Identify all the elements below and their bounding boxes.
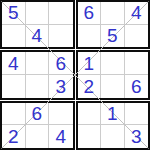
cell-r5c1[interactable] [2, 103, 26, 126]
cell-value: 5 [8, 3, 19, 22]
cell-r3c6[interactable] [125, 52, 149, 75]
cell-value: 4 [55, 127, 66, 146]
cell-r1c1[interactable]: 5 [2, 2, 26, 25]
cell-value: 4 [31, 26, 42, 45]
cell-r2c4[interactable] [78, 25, 102, 48]
cell-r6c6[interactable]: 3 [125, 125, 149, 148]
cell-r6c4[interactable] [78, 125, 102, 148]
cell-value: 6 [83, 3, 94, 22]
cell-value: 6 [31, 104, 42, 123]
cell-r5c4[interactable] [78, 103, 102, 126]
box-r3c1: 624 [0, 101, 75, 150]
cell-value: 1 [107, 104, 118, 123]
cell-r4c1[interactable] [2, 75, 26, 98]
cell-r5c5[interactable]: 1 [101, 103, 125, 126]
cell-r6c2[interactable] [26, 125, 50, 148]
cell-r1c4[interactable]: 6 [78, 2, 102, 25]
box-grid: 5464546312662413 [0, 0, 150, 150]
cell-r1c5[interactable] [101, 2, 125, 25]
cell-value: 2 [83, 77, 94, 96]
cell-value: 6 [131, 77, 142, 96]
cell-r5c3[interactable] [49, 103, 73, 126]
cell-r4c5[interactable] [101, 75, 125, 98]
cell-r3c1[interactable]: 4 [2, 52, 26, 75]
cell-value: 1 [83, 54, 94, 73]
cell-r3c5[interactable] [101, 52, 125, 75]
cell-r4c3[interactable]: 3 [49, 75, 73, 98]
cell-value: 6 [55, 54, 66, 73]
box-r1c1: 54 [0, 0, 75, 49]
cell-r6c3[interactable]: 4 [49, 125, 73, 148]
cell-value: 3 [131, 127, 142, 146]
cell-value: 5 [107, 26, 118, 45]
cell-r1c2[interactable] [26, 2, 50, 25]
box-r1c2: 645 [76, 0, 151, 49]
cell-r2c1[interactable] [2, 25, 26, 48]
cell-r1c6[interactable]: 4 [125, 2, 149, 25]
cell-r3c2[interactable] [26, 52, 50, 75]
cell-r6c5[interactable] [101, 125, 125, 148]
cell-r2c3[interactable] [49, 25, 73, 48]
cell-r2c5[interactable]: 5 [101, 25, 125, 48]
box-r2c1: 463 [0, 50, 75, 99]
cell-r3c3[interactable]: 6 [49, 52, 73, 75]
sudoku-board: 5464546312662413 [0, 0, 150, 150]
cell-value: 4 [8, 54, 19, 73]
cell-r2c6[interactable] [125, 25, 149, 48]
cell-value: 4 [131, 3, 142, 22]
cell-value: 2 [8, 127, 19, 146]
box-r2c2: 126 [76, 50, 151, 99]
cell-r4c6[interactable]: 6 [125, 75, 149, 98]
cell-r1c3[interactable] [49, 2, 73, 25]
cell-value: 3 [55, 77, 66, 96]
box-r3c2: 13 [76, 101, 151, 150]
cell-r5c2[interactable]: 6 [26, 103, 50, 126]
cell-r2c2[interactable]: 4 [26, 25, 50, 48]
cell-r6c1[interactable]: 2 [2, 125, 26, 148]
cell-r5c6[interactable] [125, 103, 149, 126]
cell-r4c2[interactable] [26, 75, 50, 98]
cell-r3c4[interactable]: 1 [78, 52, 102, 75]
cell-r4c4[interactable]: 2 [78, 75, 102, 98]
